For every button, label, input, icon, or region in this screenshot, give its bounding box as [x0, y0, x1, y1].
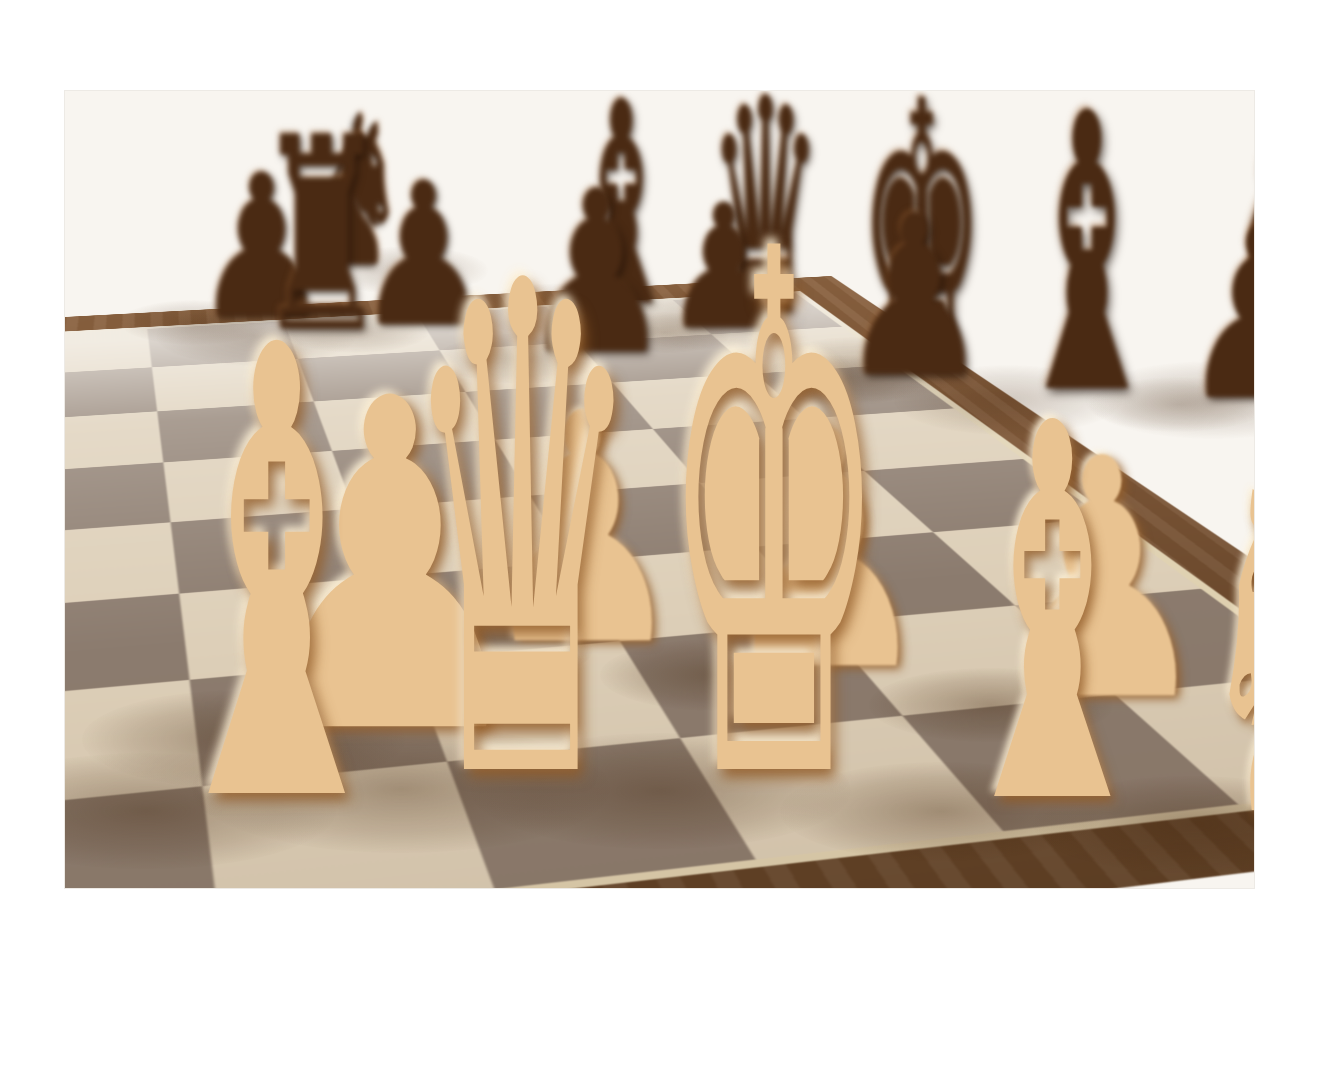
black-n-g8-shadow: [1085, 361, 1255, 439]
black-n-b8-shadow: [326, 246, 488, 295]
scene: ♝♟♛♟♚♟♝♟♞♟♜♟♞♟♝♟♛♟♚♝♟♞: [64, 90, 1255, 889]
black-p-g7-shadow: [1089, 377, 1255, 432]
chess-board: [64, 276, 1255, 889]
product-photo: ♝♟♛♟♚♟♝♟♞♟♜♟♞♟♝♟♛♟♚♝♟♞: [64, 90, 1255, 889]
board-maple-edge: [64, 291, 1255, 889]
screenshot-canvas: ♝♟♛♟♚♟♝♟♞♟♜♟♞♟♝♟♛♟♚♝♟♞: [0, 0, 1320, 1080]
board-grid: [64, 293, 1255, 889]
square-c1: [64, 786, 219, 889]
